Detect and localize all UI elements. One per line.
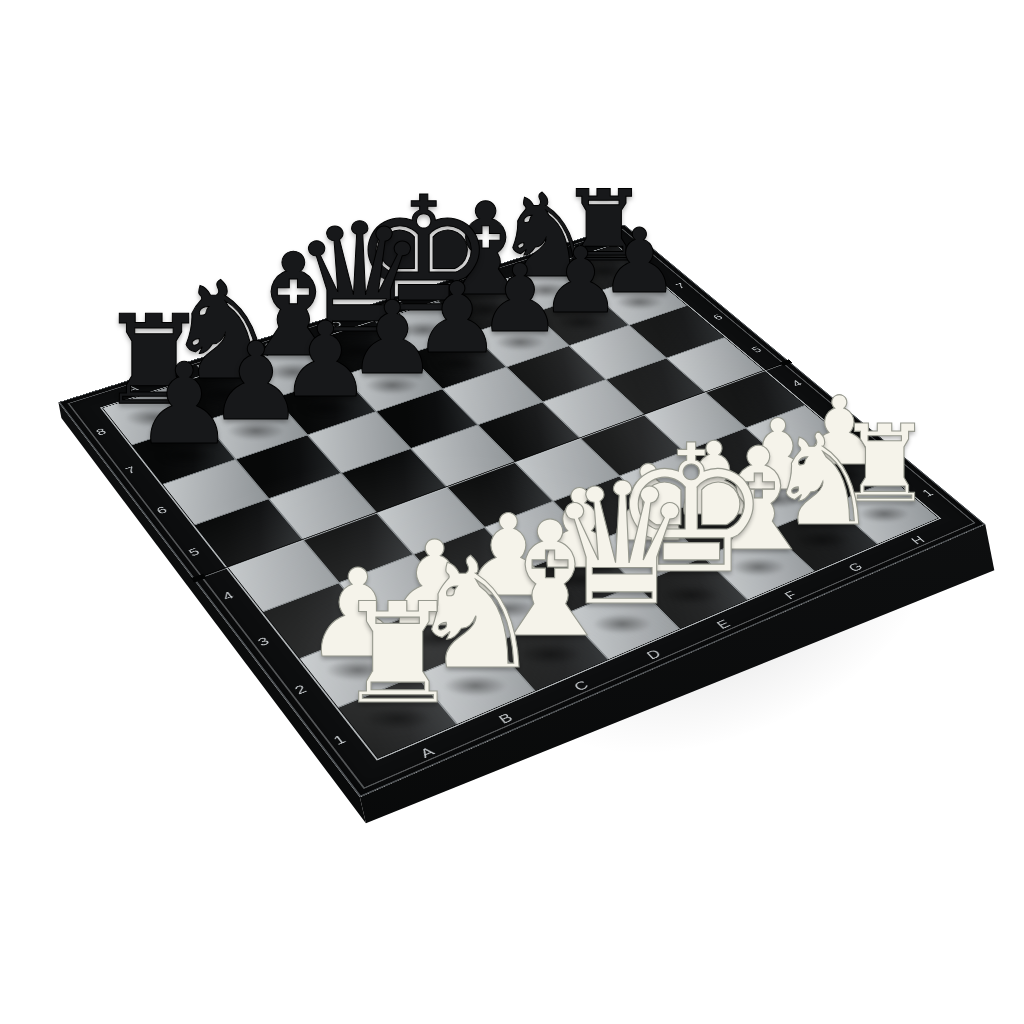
product-photo-scene: chess ABCDEFGH ABCDEFGH 87654321 8765432… [0, 0, 1024, 1024]
chessboard: ABCDEFGH ABCDEFGH 87654321 87654321 [58, 225, 985, 798]
board-grid [103, 245, 938, 758]
